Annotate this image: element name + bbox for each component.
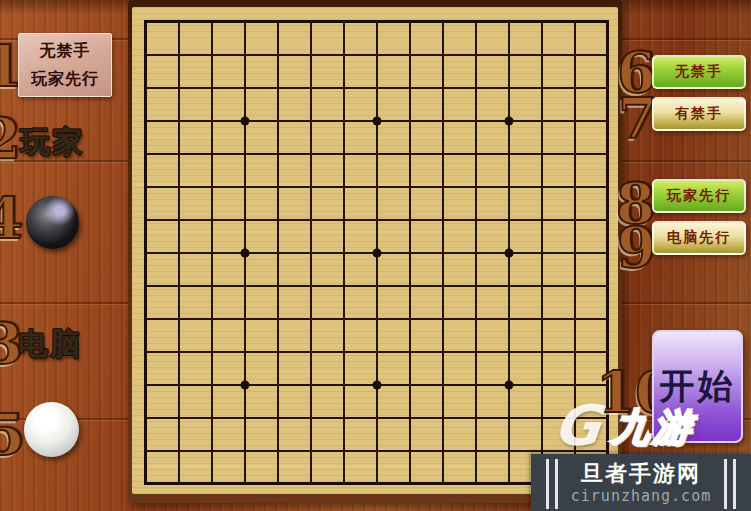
intersection[interactable] — [393, 467, 426, 500]
intersection[interactable] — [261, 137, 294, 170]
intersection[interactable] — [558, 104, 591, 137]
intersection[interactable] — [426, 434, 459, 467]
intersection[interactable] — [261, 434, 294, 467]
watermark-site-url: cirunzhang.com — [565, 487, 717, 505]
intersection[interactable] — [426, 170, 459, 203]
intersection[interactable] — [492, 302, 525, 335]
rule-no-forbidden-button[interactable]: 无禁手 — [652, 55, 746, 89]
intersection[interactable] — [162, 269, 195, 302]
intersection[interactable] — [129, 71, 162, 104]
intersection[interactable] — [162, 401, 195, 434]
intersection[interactable] — [129, 170, 162, 203]
intersection[interactable] — [558, 368, 591, 401]
intersection[interactable] — [261, 467, 294, 500]
intersection[interactable] — [426, 302, 459, 335]
intersection[interactable] — [492, 170, 525, 203]
intersection[interactable] — [162, 203, 195, 236]
intersection[interactable] — [327, 434, 360, 467]
intersection[interactable] — [228, 5, 261, 38]
intersection[interactable] — [294, 38, 327, 71]
intersection[interactable] — [294, 203, 327, 236]
intersection[interactable] — [525, 269, 558, 302]
intersection[interactable] — [129, 401, 162, 434]
intersection[interactable] — [261, 104, 294, 137]
intersection[interactable] — [525, 203, 558, 236]
intersection[interactable] — [228, 368, 261, 401]
intersection[interactable] — [162, 5, 195, 38]
intersection[interactable] — [162, 104, 195, 137]
intersection[interactable] — [228, 302, 261, 335]
intersection[interactable] — [393, 335, 426, 368]
intersection[interactable] — [525, 302, 558, 335]
callout-number-2: 2 — [0, 110, 21, 166]
intersection[interactable] — [525, 137, 558, 170]
intersection[interactable] — [525, 335, 558, 368]
intersection[interactable] — [558, 335, 591, 368]
intersection[interactable] — [195, 335, 228, 368]
intersection[interactable] — [360, 170, 393, 203]
intersection[interactable] — [459, 269, 492, 302]
intersection[interactable] — [294, 104, 327, 137]
intersection[interactable] — [129, 434, 162, 467]
intersection[interactable] — [558, 170, 591, 203]
intersection[interactable] — [459, 302, 492, 335]
intersection[interactable] — [426, 269, 459, 302]
intersection[interactable] — [360, 434, 393, 467]
intersection[interactable] — [294, 467, 327, 500]
watermark-rule — [555, 459, 558, 509]
intersection[interactable] — [426, 401, 459, 434]
intersection[interactable] — [327, 71, 360, 104]
intersection[interactable] — [294, 368, 327, 401]
intersection[interactable] — [261, 236, 294, 269]
intersection[interactable] — [162, 137, 195, 170]
intersection[interactable] — [195, 401, 228, 434]
intersection[interactable] — [558, 137, 591, 170]
intersection[interactable] — [195, 71, 228, 104]
intersection[interactable] — [294, 5, 327, 38]
intersection[interactable] — [558, 302, 591, 335]
callout-number-5: 5 — [0, 406, 25, 462]
intersection[interactable] — [228, 104, 261, 137]
intersection[interactable] — [426, 203, 459, 236]
intersection[interactable] — [195, 137, 228, 170]
intersection[interactable] — [294, 401, 327, 434]
intersection[interactable] — [129, 104, 162, 137]
intersection[interactable] — [162, 434, 195, 467]
intersection[interactable] — [228, 401, 261, 434]
intersection[interactable] — [492, 71, 525, 104]
intersection[interactable] — [129, 302, 162, 335]
intersection[interactable] — [129, 137, 162, 170]
intersection[interactable] — [327, 170, 360, 203]
intersection[interactable] — [426, 104, 459, 137]
intersection[interactable] — [294, 269, 327, 302]
start-button[interactable]: 开始 — [652, 330, 743, 443]
intersection[interactable] — [261, 302, 294, 335]
intersection[interactable] — [195, 104, 228, 137]
intersection[interactable] — [195, 38, 228, 71]
intersection[interactable] — [162, 38, 195, 71]
intersection[interactable] — [195, 368, 228, 401]
intersection[interactable] — [558, 236, 591, 269]
intersection[interactable] — [261, 269, 294, 302]
intersection[interactable] — [129, 236, 162, 269]
intersection[interactable] — [525, 71, 558, 104]
intersection[interactable] — [426, 368, 459, 401]
intersection[interactable] — [525, 170, 558, 203]
intersection[interactable] — [360, 467, 393, 500]
intersection[interactable] — [162, 71, 195, 104]
intersection[interactable] — [525, 236, 558, 269]
intersection[interactable] — [129, 335, 162, 368]
intersection[interactable] — [327, 137, 360, 170]
intersection[interactable] — [129, 467, 162, 500]
intersection[interactable] — [261, 401, 294, 434]
intersection[interactable] — [162, 467, 195, 500]
intersection[interactable] — [360, 269, 393, 302]
intersection[interactable] — [129, 203, 162, 236]
intersection[interactable] — [393, 5, 426, 38]
intersection[interactable] — [195, 236, 228, 269]
intersection[interactable] — [426, 236, 459, 269]
intersection[interactable] — [393, 170, 426, 203]
intersection[interactable] — [360, 137, 393, 170]
intersection[interactable] — [360, 302, 393, 335]
intersection[interactable] — [360, 5, 393, 38]
intersection[interactable] — [294, 434, 327, 467]
intersection[interactable] — [591, 5, 624, 38]
intersection[interactable] — [459, 236, 492, 269]
intersection[interactable] — [327, 335, 360, 368]
intersection[interactable] — [261, 335, 294, 368]
intersection[interactable] — [327, 368, 360, 401]
callout-number-9: 9 — [617, 219, 656, 275]
intersection[interactable] — [228, 38, 261, 71]
watermark-bar: 旦者手游网 cirunzhang.com — [531, 454, 751, 511]
intersection[interactable] — [393, 302, 426, 335]
intersection[interactable] — [294, 170, 327, 203]
intersection[interactable] — [492, 269, 525, 302]
intersection[interactable] — [492, 434, 525, 467]
intersection[interactable] — [525, 38, 558, 71]
intersection[interactable] — [459, 170, 492, 203]
callout-number-4: 4 — [0, 190, 23, 246]
intersection[interactable] — [261, 170, 294, 203]
intersection[interactable] — [360, 401, 393, 434]
intersection[interactable] — [393, 269, 426, 302]
intersection[interactable] — [426, 137, 459, 170]
intersection[interactable] — [162, 236, 195, 269]
settings-line-rule: 无禁手 — [40, 37, 91, 65]
intersection[interactable] — [195, 302, 228, 335]
intersection[interactable] — [327, 104, 360, 137]
intersection[interactable] — [393, 104, 426, 137]
intersection[interactable] — [327, 302, 360, 335]
intersection[interactable] — [360, 335, 393, 368]
intersection[interactable] — [327, 401, 360, 434]
intersection[interactable] — [525, 104, 558, 137]
intersection[interactable] — [393, 38, 426, 71]
intersection[interactable] — [426, 335, 459, 368]
intersection[interactable] — [360, 104, 393, 137]
intersection[interactable] — [558, 269, 591, 302]
computer-label: 电脑 — [18, 324, 82, 365]
intersection[interactable] — [261, 5, 294, 38]
intersection[interactable] — [195, 269, 228, 302]
intersection[interactable] — [459, 38, 492, 71]
intersection[interactable] — [228, 269, 261, 302]
intersection[interactable] — [327, 467, 360, 500]
intersection[interactable] — [162, 335, 195, 368]
intersection[interactable] — [195, 170, 228, 203]
board-grid — [129, 5, 624, 500]
current-settings-box: 无禁手 玩家先行 — [18, 33, 112, 97]
intersection[interactable] — [426, 467, 459, 500]
intersection[interactable] — [426, 38, 459, 71]
player-label: 玩家 — [20, 122, 84, 163]
intersection[interactable] — [492, 203, 525, 236]
intersection[interactable] — [129, 368, 162, 401]
intersection[interactable] — [558, 71, 591, 104]
intersection[interactable] — [360, 38, 393, 71]
intersection[interactable] — [492, 467, 525, 500]
intersection[interactable] — [558, 401, 591, 434]
settings-line-turn: 玩家先行 — [31, 65, 99, 93]
intersection[interactable] — [459, 5, 492, 38]
intersection[interactable] — [162, 368, 195, 401]
intersection[interactable] — [360, 71, 393, 104]
gomoku-board — [128, 0, 622, 503]
intersection[interactable] — [129, 269, 162, 302]
intersection[interactable] — [294, 335, 327, 368]
turn-computer-first-button[interactable]: 电脑先行 — [652, 221, 746, 255]
intersection[interactable] — [360, 368, 393, 401]
intersection[interactable] — [525, 5, 558, 38]
intersection[interactable] — [459, 203, 492, 236]
intersection[interactable] — [459, 467, 492, 500]
intersection[interactable] — [294, 71, 327, 104]
intersection[interactable] — [360, 203, 393, 236]
intersection[interactable] — [228, 203, 261, 236]
intersection[interactable] — [327, 236, 360, 269]
intersection[interactable] — [195, 5, 228, 38]
intersection[interactable] — [459, 434, 492, 467]
intersection[interactable] — [360, 236, 393, 269]
intersection[interactable] — [294, 302, 327, 335]
intersection[interactable] — [162, 302, 195, 335]
intersection[interactable] — [426, 71, 459, 104]
intersection[interactable] — [558, 38, 591, 71]
rule-forbidden-button[interactable]: 有禁手 — [652, 97, 746, 131]
intersection[interactable] — [492, 5, 525, 38]
intersection[interactable] — [558, 203, 591, 236]
intersection[interactable] — [459, 137, 492, 170]
intersection[interactable] — [327, 269, 360, 302]
intersection[interactable] — [525, 401, 558, 434]
intersection[interactable] — [228, 170, 261, 203]
watermark-rule — [733, 459, 736, 509]
intersection[interactable] — [294, 236, 327, 269]
intersection[interactable] — [459, 104, 492, 137]
intersection[interactable] — [228, 236, 261, 269]
intersection[interactable] — [393, 236, 426, 269]
intersection[interactable] — [525, 368, 558, 401]
intersection[interactable] — [195, 467, 228, 500]
intersection[interactable] — [129, 5, 162, 38]
watermark-site-name: 旦者手游网 — [565, 459, 717, 489]
intersection[interactable] — [228, 335, 261, 368]
intersection[interactable] — [459, 71, 492, 104]
white-stone-icon — [24, 402, 79, 457]
intersection[interactable] — [228, 137, 261, 170]
intersection[interactable] — [261, 71, 294, 104]
intersection[interactable] — [591, 302, 624, 335]
intersection[interactable] — [261, 38, 294, 71]
intersection[interactable] — [492, 401, 525, 434]
intersection[interactable] — [459, 368, 492, 401]
intersection[interactable] — [393, 368, 426, 401]
intersection[interactable] — [492, 38, 525, 71]
intersection[interactable] — [261, 368, 294, 401]
intersection[interactable] — [492, 335, 525, 368]
watermark-rule — [546, 459, 549, 509]
intersection[interactable] — [228, 71, 261, 104]
watermark-rule — [724, 459, 727, 509]
intersection[interactable] — [162, 170, 195, 203]
black-stone-icon — [26, 196, 79, 249]
intersection[interactable] — [129, 38, 162, 71]
intersection[interactable] — [492, 104, 525, 137]
intersection[interactable] — [492, 236, 525, 269]
intersection[interactable] — [327, 38, 360, 71]
intersection[interactable] — [393, 137, 426, 170]
intersection[interactable] — [294, 137, 327, 170]
intersection[interactable] — [393, 71, 426, 104]
intersection[interactable] — [558, 5, 591, 38]
intersection[interactable] — [492, 368, 525, 401]
intersection[interactable] — [228, 434, 261, 467]
intersection[interactable] — [426, 5, 459, 38]
intersection[interactable] — [327, 203, 360, 236]
turn-player-first-button[interactable]: 玩家先行 — [652, 179, 746, 213]
intersection[interactable] — [228, 467, 261, 500]
intersection[interactable] — [393, 434, 426, 467]
intersection[interactable] — [459, 335, 492, 368]
intersection[interactable] — [195, 203, 228, 236]
intersection[interactable] — [393, 203, 426, 236]
intersection[interactable] — [195, 434, 228, 467]
intersection[interactable] — [261, 203, 294, 236]
intersection[interactable] — [393, 401, 426, 434]
game-setup-screen: 1 无禁手 玩家先行 2 玩家 4 3 电脑 5 6 无禁手 7 有禁手 8 玩… — [0, 0, 751, 511]
intersection[interactable] — [459, 401, 492, 434]
intersection[interactable] — [327, 5, 360, 38]
intersection[interactable] — [492, 137, 525, 170]
